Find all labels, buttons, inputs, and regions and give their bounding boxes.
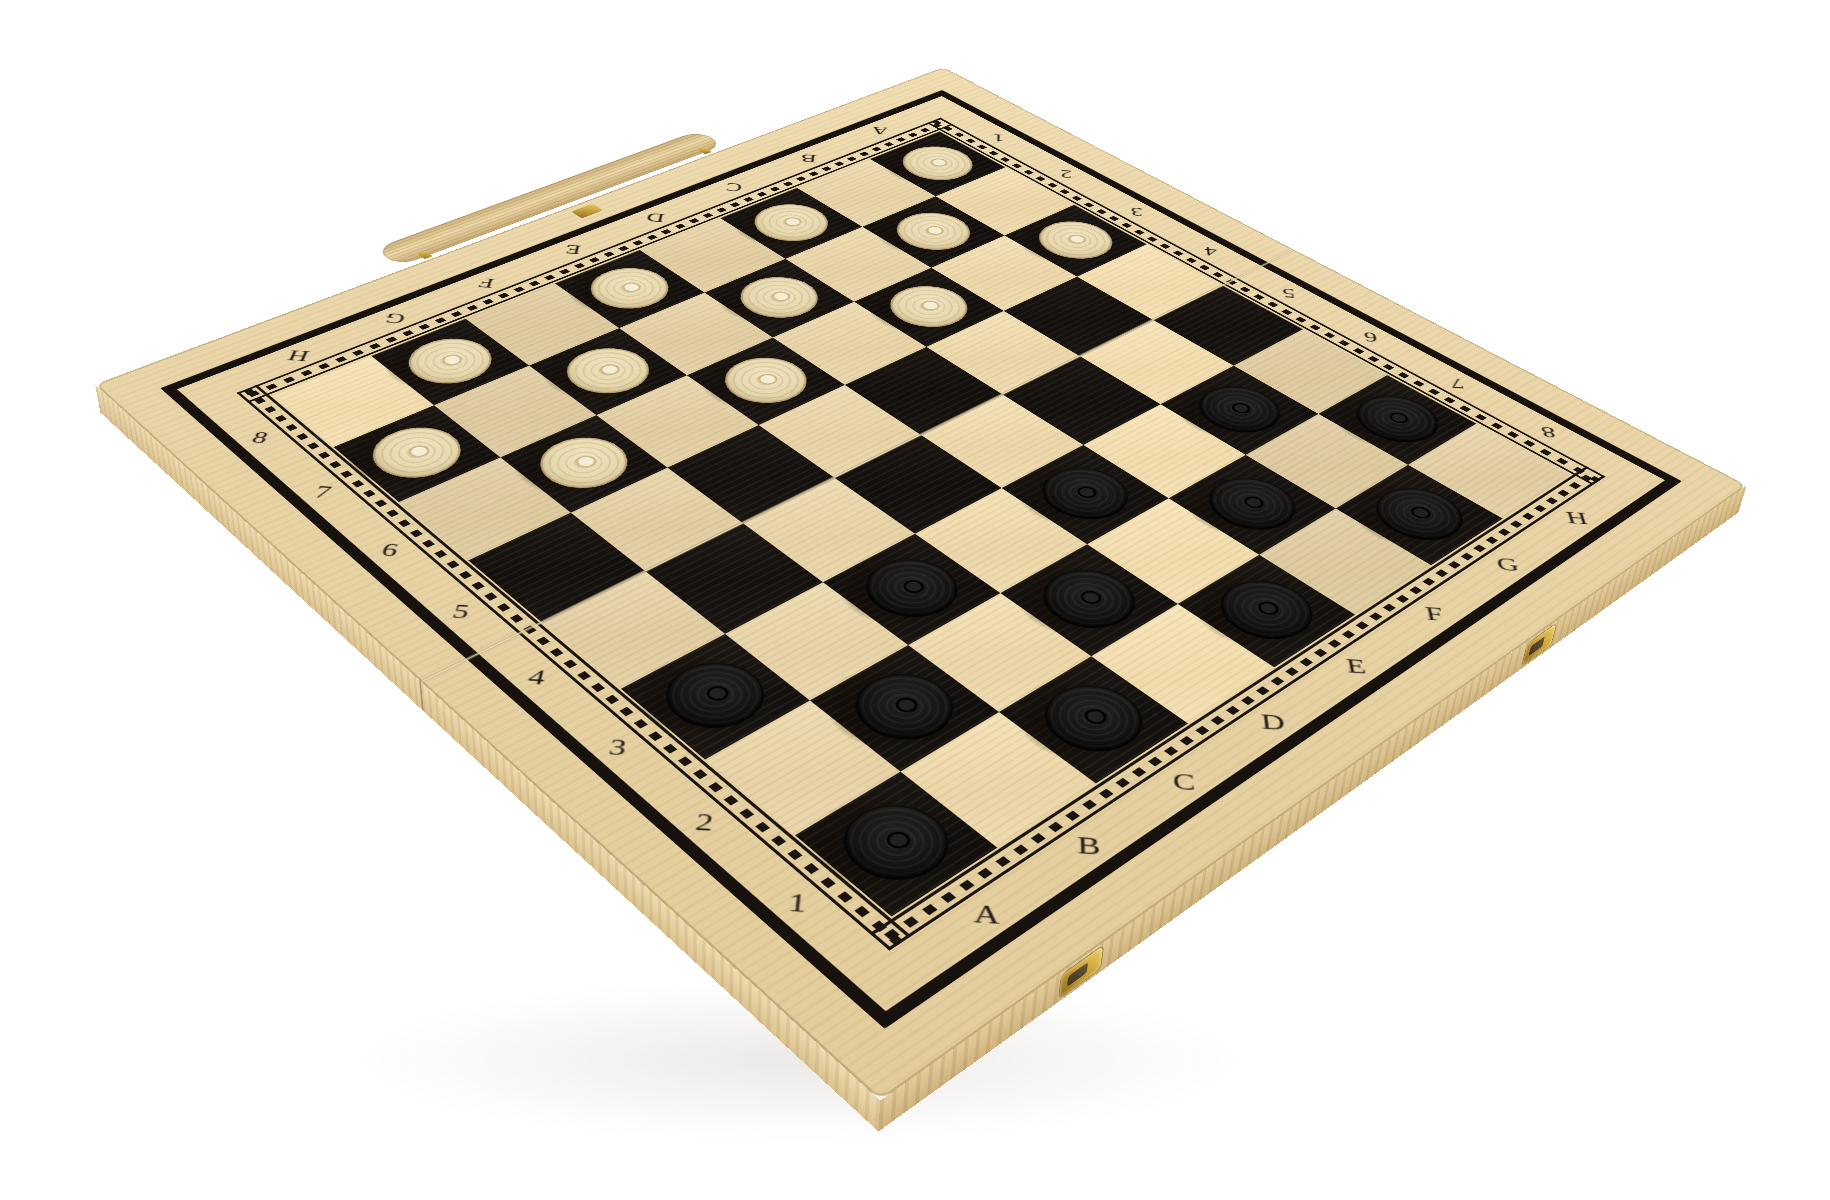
file-label-far: G xyxy=(370,307,420,330)
rim-clasp-icon xyxy=(571,204,603,219)
file-label-far: C xyxy=(713,178,754,197)
rank-label-far: 6 xyxy=(1348,326,1393,348)
rank-label-far: 1 xyxy=(981,129,1017,147)
rank-label-far: 5 xyxy=(1267,283,1310,304)
product-photo-scene: 1827364554637281AHBGCFDEEDFCGBHA xyxy=(0,0,1830,1200)
file-label-far: F xyxy=(463,272,510,294)
file-label-far: E xyxy=(551,239,596,260)
rank-label-far: 8 xyxy=(1524,420,1574,445)
checkers-board: 1827364554637281AHBGCFDEEDFCGBHA xyxy=(95,67,1747,1100)
file-label-far: D xyxy=(634,208,677,228)
brass-latch-icon[interactable] xyxy=(1522,623,1557,665)
brass-latch-icon[interactable] xyxy=(1059,946,1103,999)
file-label-far: B xyxy=(789,149,828,167)
rank-label-far: 2 xyxy=(1048,165,1085,183)
rank-label-far: 3 xyxy=(1117,202,1156,221)
fold-seam-side-step xyxy=(419,680,424,712)
rank-label-far: 7 xyxy=(1434,372,1481,396)
rank-label-far: 4 xyxy=(1191,241,1232,261)
file-label-far: A xyxy=(861,122,898,139)
